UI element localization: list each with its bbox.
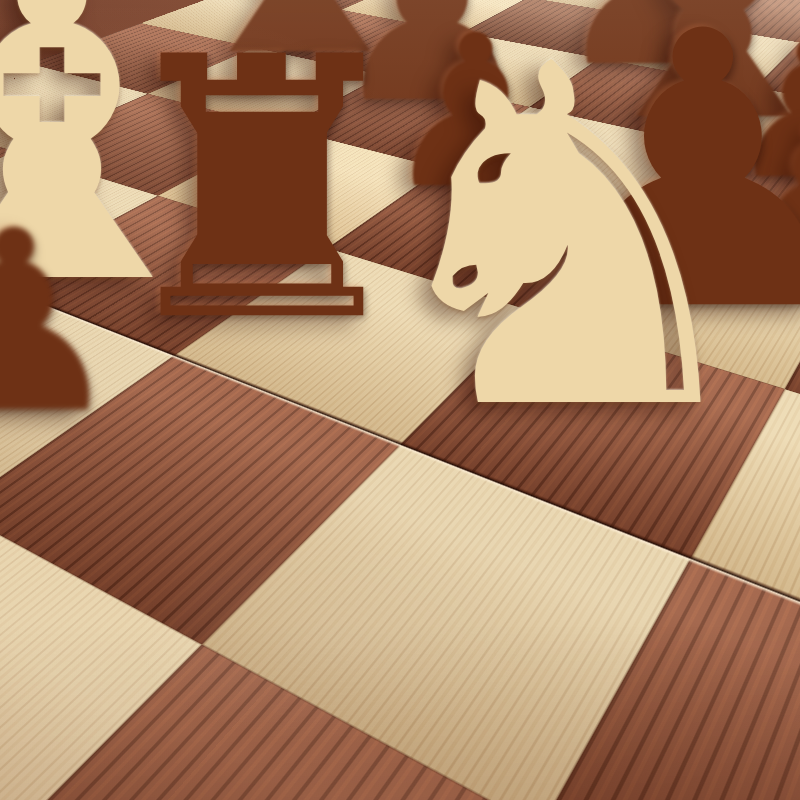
light-knight: ♞ (355, 5, 776, 475)
light-pawn-bottom: ♟ (0, 777, 237, 800)
chess-set-photo: ♟♝♝♟♟♟♟♟♜♝♞♟♟ (0, 0, 800, 800)
dark-pawn-left-edge: ♟ (0, 198, 126, 448)
